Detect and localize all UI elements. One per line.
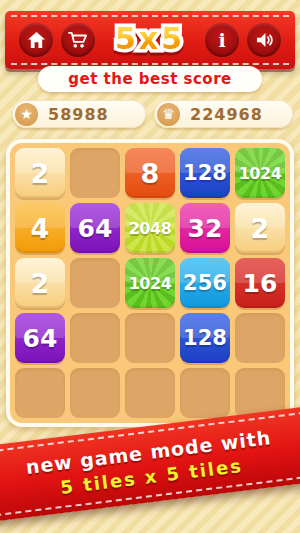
tile-2: 2 — [15, 258, 65, 308]
empty-cell — [70, 258, 120, 308]
tile-1024: 1024 — [235, 148, 285, 198]
home-icon — [27, 31, 46, 49]
empty-cell — [125, 368, 175, 418]
game-logo: 5x5 5x5 — [115, 24, 185, 54]
left-button-group — [19, 23, 95, 57]
score-value: 58988 — [48, 105, 109, 124]
empty-cell — [70, 313, 120, 363]
subtitle-banner: get the best score — [38, 66, 262, 92]
tile-64: 64 — [15, 313, 65, 363]
tile-128: 128 — [180, 313, 230, 363]
tile-2048: 2048 — [125, 203, 175, 253]
tile-64: 64 — [70, 203, 120, 253]
empty-cell — [70, 148, 120, 198]
shop-button[interactable] — [61, 23, 95, 57]
right-button-group: i — [205, 23, 281, 57]
game-board[interactable]: 2812810244642048322210242561664128 — [6, 139, 294, 427]
empty-cell — [180, 368, 230, 418]
app-background: 5x5 5x5 i get the best score ★ — [0, 0, 300, 533]
top-bar: 5x5 5x5 i — [5, 11, 295, 69]
tile-8: 8 — [125, 148, 175, 198]
tile-2: 2 — [235, 203, 285, 253]
tile-128: 128 — [180, 148, 230, 198]
cart-icon — [68, 31, 88, 49]
tile-2: 2 — [15, 148, 65, 198]
tile-256: 256 — [180, 258, 230, 308]
empty-cell — [70, 368, 120, 418]
tile-16: 16 — [235, 258, 285, 308]
game-logo-text: 5x5 — [115, 21, 185, 56]
tile-1024: 1024 — [125, 258, 175, 308]
empty-cell — [125, 313, 175, 363]
star-icon: ★ — [15, 103, 38, 126]
tile-grid: 2812810244642048322210242561664128 — [10, 143, 290, 423]
info-button[interactable]: i — [205, 23, 239, 57]
sound-button[interactable] — [247, 23, 281, 57]
best-score-value: 224968 — [190, 105, 263, 124]
empty-cell — [15, 368, 65, 418]
home-button[interactable] — [19, 23, 53, 57]
tile-32: 32 — [180, 203, 230, 253]
subtitle-text: get the best score — [68, 70, 231, 88]
crown-icon: ♛ — [157, 103, 180, 126]
empty-cell — [235, 313, 285, 363]
best-score-pill: ♛ 224968 — [154, 100, 293, 128]
speaker-icon — [255, 31, 274, 49]
info-icon: i — [218, 31, 225, 50]
tile-4: 4 — [15, 203, 65, 253]
score-pill: ★ 58988 — [12, 100, 146, 128]
